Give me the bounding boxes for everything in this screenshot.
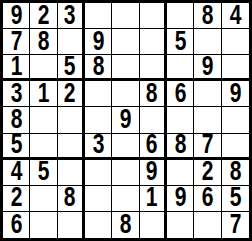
given-digit: 2 — [10, 186, 22, 212]
cell-r4c4[interactable] — [85, 81, 112, 107]
given-digit: 6 — [174, 81, 186, 107]
cell-r6c5[interactable] — [112, 134, 139, 160]
cell-r8c2[interactable] — [30, 186, 57, 212]
cell-r9c6[interactable] — [140, 212, 167, 238]
given-digit: 7 — [10, 29, 22, 55]
given-digit: 6 — [202, 186, 214, 212]
cell-r8c1: 2 — [3, 186, 30, 212]
cell-r1c2: 2 — [30, 3, 57, 29]
given-digit: 8 — [10, 107, 22, 133]
given-digit: 8 — [174, 134, 186, 160]
cell-r1c7[interactable] — [167, 3, 194, 29]
cell-r1c5[interactable] — [112, 3, 139, 29]
cell-r6c1: 5 — [3, 134, 30, 160]
given-digit: 8 — [146, 81, 158, 107]
cell-r4c3: 2 — [58, 81, 85, 107]
given-digit: 9 — [120, 107, 132, 133]
cell-r5c6[interactable] — [140, 107, 167, 133]
given-digit: 3 — [92, 134, 104, 160]
cell-r3c8: 9 — [194, 55, 221, 81]
given-digit: 3 — [64, 3, 76, 29]
cell-r4c1: 3 — [3, 81, 30, 107]
given-digit: 9 — [229, 81, 241, 107]
given-digit: 3 — [10, 81, 22, 107]
given-digit: 9 — [202, 55, 214, 81]
given-digit: 9 — [174, 186, 186, 212]
given-digit: 7 — [229, 212, 241, 238]
cell-r5c7[interactable] — [167, 107, 194, 133]
given-digit: 2 — [64, 81, 76, 107]
cell-r4c8[interactable] — [194, 81, 221, 107]
cell-r1c1: 9 — [3, 3, 30, 29]
cell-r1c9: 4 — [222, 3, 249, 29]
cell-r3c3: 5 — [58, 55, 85, 81]
given-digit: 4 — [229, 3, 241, 29]
given-digit: 1 — [10, 55, 22, 81]
cell-r7c4[interactable] — [85, 160, 112, 186]
cell-r5c1: 8 — [3, 107, 30, 133]
cell-r9c9: 7 — [222, 212, 249, 238]
cell-r1c3: 3 — [58, 3, 85, 29]
given-digit: 5 — [229, 186, 241, 212]
cell-r8c7: 9 — [167, 186, 194, 212]
cell-r7c9: 8 — [222, 160, 249, 186]
cell-r7c7[interactable] — [167, 160, 194, 186]
cell-r2c5[interactable] — [112, 29, 139, 55]
given-digit: 2 — [38, 3, 50, 29]
cell-r1c8: 8 — [194, 3, 221, 29]
cell-r9c5: 8 — [112, 212, 139, 238]
given-digit: 2 — [202, 160, 214, 186]
cell-r8c3: 8 — [58, 186, 85, 212]
given-digit: 9 — [92, 29, 104, 55]
given-digit: 1 — [146, 186, 158, 212]
cell-r7c5[interactable] — [112, 160, 139, 186]
cell-r4c6: 8 — [140, 81, 167, 107]
given-digit: 8 — [120, 212, 132, 238]
cell-r7c1: 4 — [3, 160, 30, 186]
cell-r2c2: 8 — [30, 29, 57, 55]
given-digit: 4 — [10, 160, 22, 186]
given-digit: 9 — [146, 160, 158, 186]
cell-r2c4: 9 — [85, 29, 112, 55]
cell-r3c1: 1 — [3, 55, 30, 81]
cell-r1c4[interactable] — [85, 3, 112, 29]
cell-r2c6[interactable] — [140, 29, 167, 55]
cell-r2c9[interactable] — [222, 29, 249, 55]
given-digit: 6 — [10, 212, 22, 238]
cell-r5c5: 9 — [112, 107, 139, 133]
cell-r9c2[interactable] — [30, 212, 57, 238]
cell-r9c3[interactable] — [58, 212, 85, 238]
given-digit: 8 — [202, 3, 214, 29]
cell-r4c5[interactable] — [112, 81, 139, 107]
given-digit: 8 — [229, 160, 241, 186]
cell-r6c4: 3 — [85, 134, 112, 160]
cell-r9c1: 6 — [3, 212, 30, 238]
cell-r6c2[interactable] — [30, 134, 57, 160]
cell-r8c5[interactable] — [112, 186, 139, 212]
cell-r3c7[interactable] — [167, 55, 194, 81]
cell-r7c8: 2 — [194, 160, 221, 186]
cell-r4c9: 9 — [222, 81, 249, 107]
given-digit: 5 — [64, 55, 76, 81]
cell-r9c4[interactable] — [85, 212, 112, 238]
given-digit: 9 — [10, 3, 22, 29]
cell-r6c3[interactable] — [58, 134, 85, 160]
given-digit: 5 — [174, 29, 186, 55]
given-digit: 5 — [38, 160, 50, 186]
given-digit: 1 — [38, 81, 50, 107]
cell-r5c8[interactable] — [194, 107, 221, 133]
cell-r5c9[interactable] — [222, 107, 249, 133]
sudoku-board: 9238478951589312869895368745928281965687 — [0, 0, 252, 241]
cell-r2c1: 7 — [3, 29, 30, 55]
cell-r7c3[interactable] — [58, 160, 85, 186]
cell-r2c3[interactable] — [58, 29, 85, 55]
cell-r4c2: 1 — [30, 81, 57, 107]
cell-r5c2[interactable] — [30, 107, 57, 133]
cell-r8c6: 1 — [140, 186, 167, 212]
cell-r9c8[interactable] — [194, 212, 221, 238]
cell-r7c2: 5 — [30, 160, 57, 186]
cell-r1c6[interactable] — [140, 3, 167, 29]
given-digit: 6 — [146, 134, 158, 160]
cell-r5c3[interactable] — [58, 107, 85, 133]
given-digit: 5 — [10, 134, 22, 160]
given-digit: 8 — [38, 29, 50, 55]
cell-r3c6[interactable] — [140, 55, 167, 81]
cell-r3c9[interactable] — [222, 55, 249, 81]
cell-r8c9: 5 — [222, 186, 249, 212]
cell-r7c6: 9 — [140, 160, 167, 186]
cell-r9c7[interactable] — [167, 212, 194, 238]
cell-r3c5[interactable] — [112, 55, 139, 81]
given-digit: 8 — [92, 55, 104, 81]
cell-r4c7: 6 — [167, 81, 194, 107]
cell-r6c8: 7 — [194, 134, 221, 160]
cell-r3c4: 8 — [85, 55, 112, 81]
cell-r8c8: 6 — [194, 186, 221, 212]
cell-r5c4[interactable] — [85, 107, 112, 133]
given-digit: 8 — [64, 186, 76, 212]
cell-r6c7: 8 — [167, 134, 194, 160]
cell-r2c7: 5 — [167, 29, 194, 55]
given-digit: 7 — [202, 134, 214, 160]
cell-r3c2[interactable] — [30, 55, 57, 81]
cell-r6c9[interactable] — [222, 134, 249, 160]
cell-r2c8[interactable] — [194, 29, 221, 55]
cell-r6c6: 6 — [140, 134, 167, 160]
cell-r8c4[interactable] — [85, 186, 112, 212]
